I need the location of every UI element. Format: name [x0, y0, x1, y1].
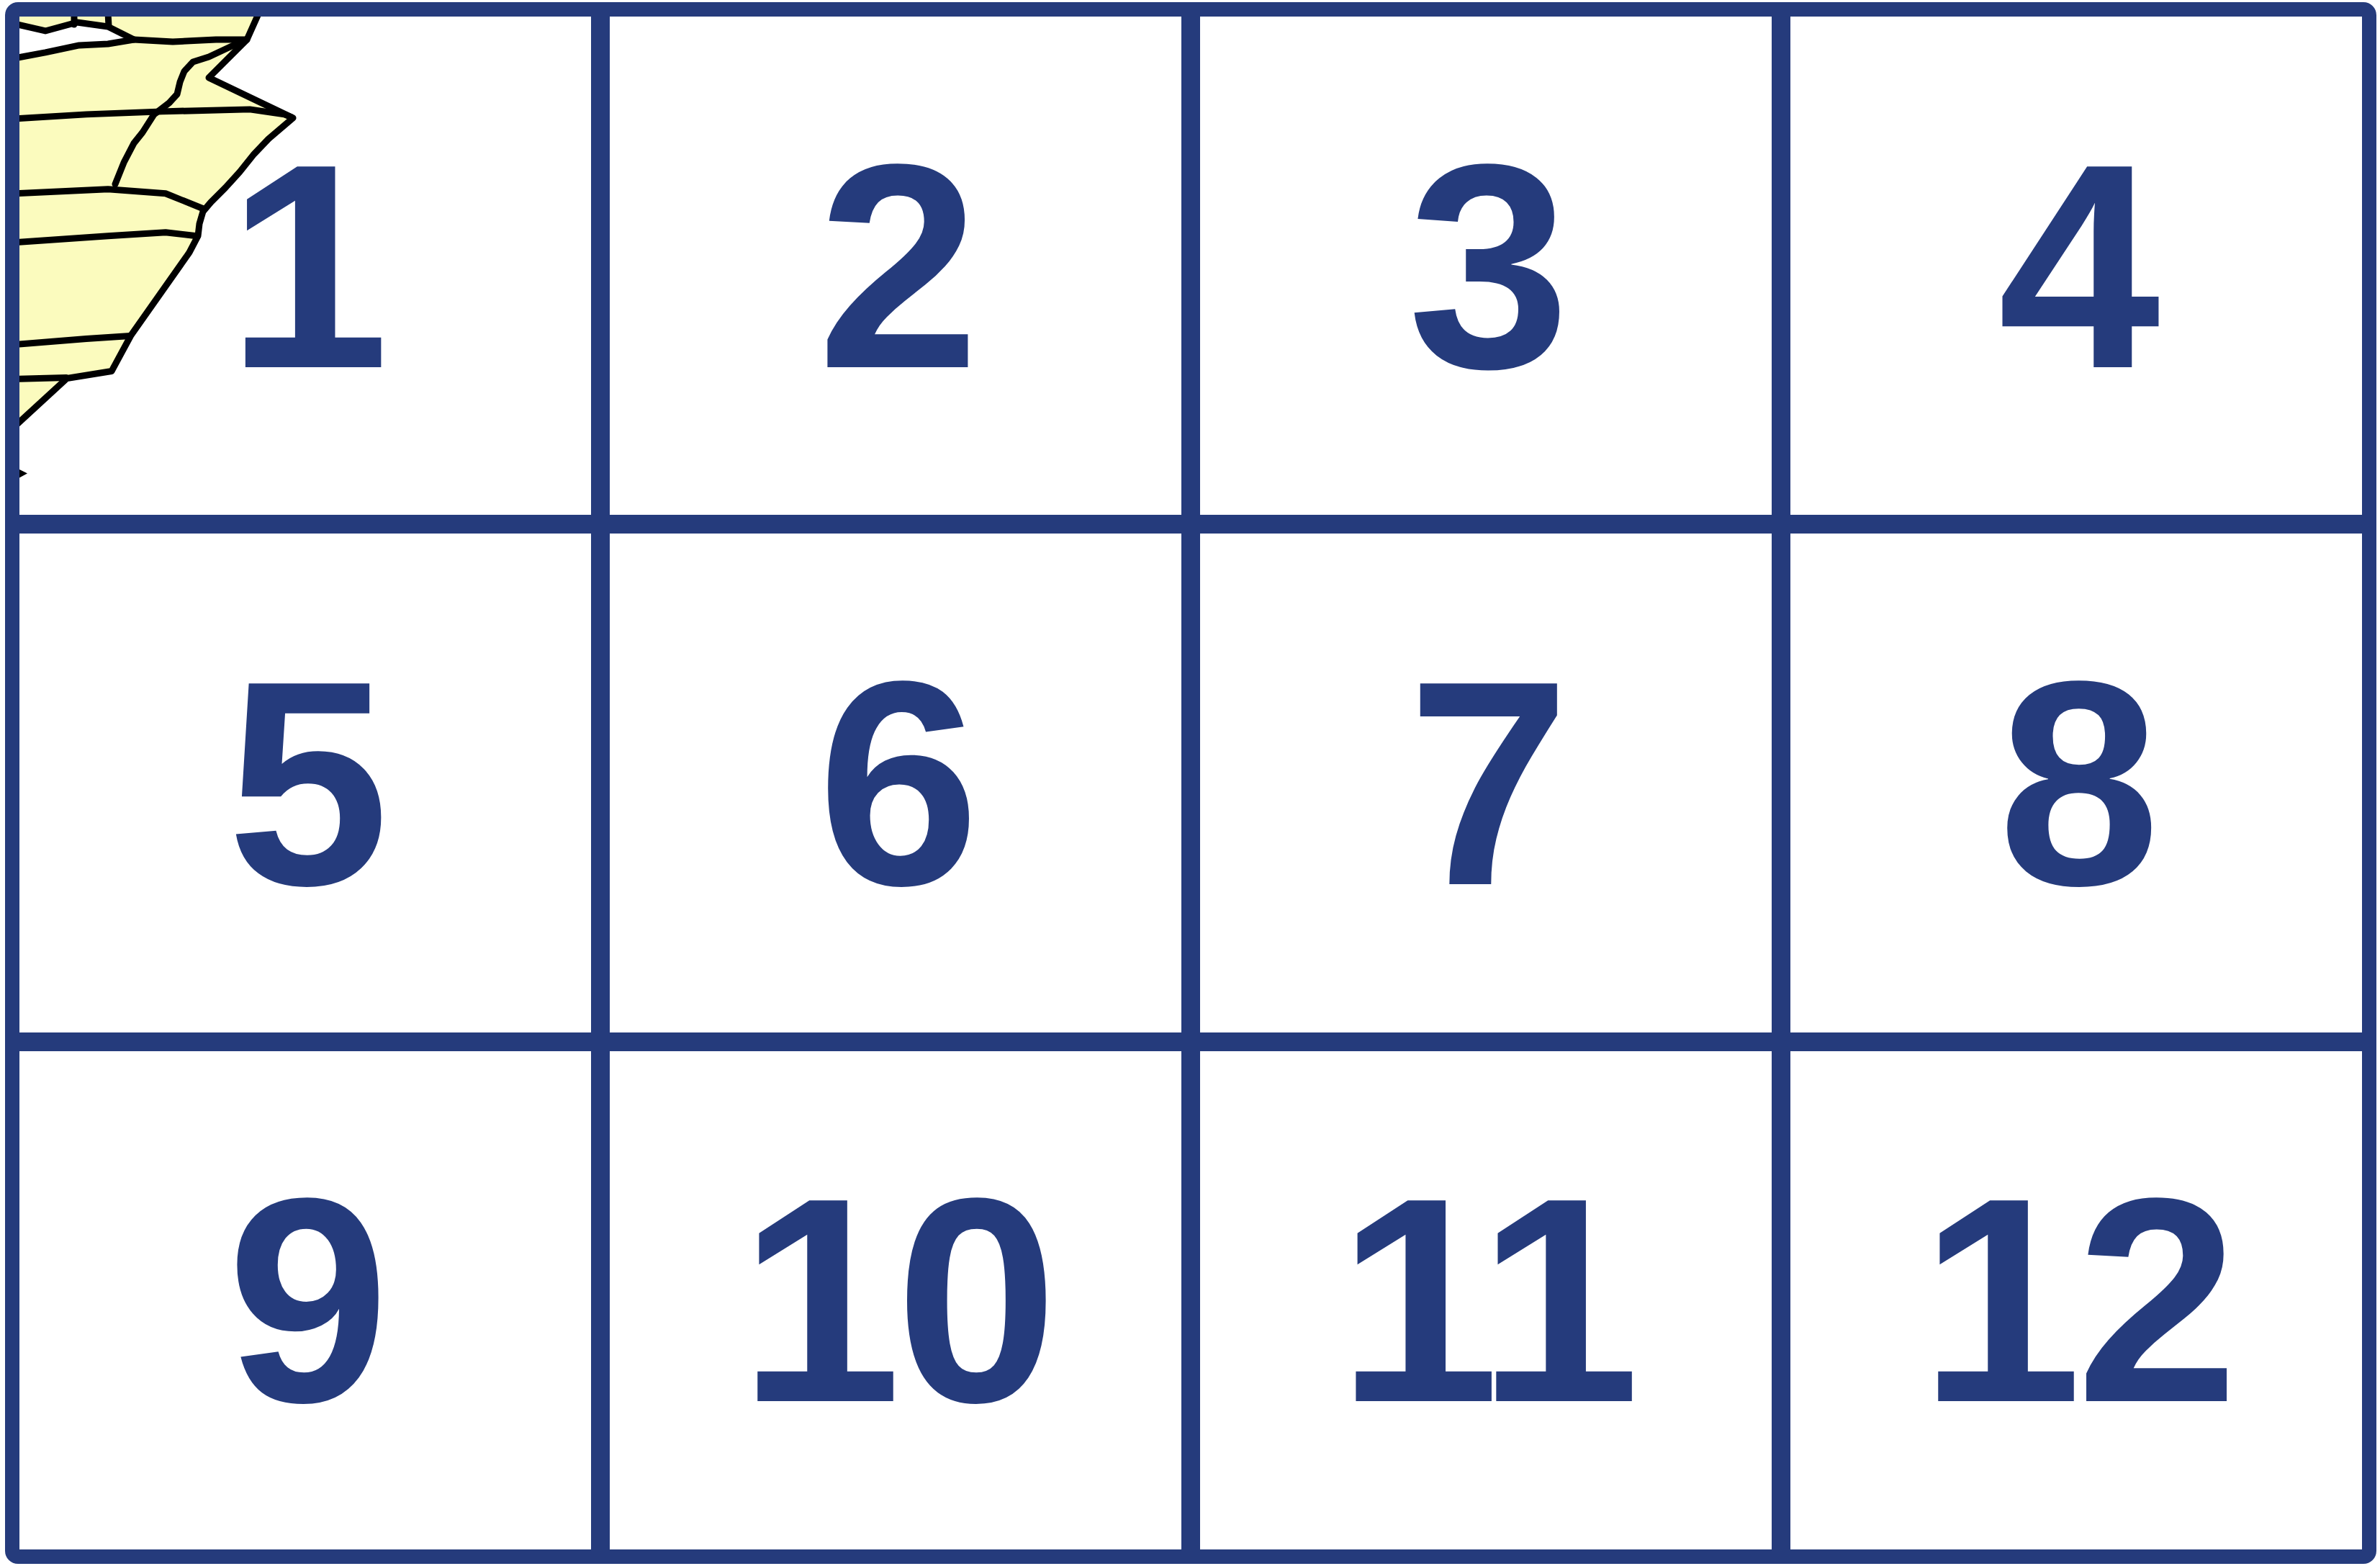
- tile-9-label: 9: [227, 1154, 383, 1446]
- map-boundary-line-top: [134, 40, 247, 42]
- tile-11-label: 11: [1338, 1154, 1634, 1446]
- map-boundary-line-4: [19, 336, 130, 345]
- tile-12-label: 12: [1920, 1154, 2232, 1446]
- tile-1[interactable]: 1: [19, 17, 591, 515]
- tile-3-label: 3: [1407, 120, 1564, 412]
- tile-12[interactable]: 12: [1790, 1051, 2362, 1549]
- map-white-channel: [19, 22, 134, 58]
- tile-6-label: 6: [817, 637, 973, 929]
- map-boundary-line-5: [19, 378, 66, 379]
- map-boundary-line-curvy: [115, 41, 245, 184]
- tile-4[interactable]: 4: [1790, 17, 2362, 515]
- tile-2[interactable]: 2: [610, 17, 1181, 515]
- tile-6[interactable]: 6: [610, 534, 1181, 1032]
- tile-grid: 1 2 3 4 5 6 7 8 9 10 11: [5, 2, 2376, 1564]
- tile-7[interactable]: 7: [1200, 534, 1772, 1032]
- tile-9[interactable]: 9: [19, 1051, 591, 1549]
- tile-7-label: 7: [1407, 637, 1564, 929]
- tile-8[interactable]: 8: [1790, 534, 2362, 1032]
- tile-10[interactable]: 10: [610, 1051, 1181, 1549]
- map-tick-left: [19, 467, 27, 480]
- map-boundary-line-3: [19, 233, 197, 243]
- tile-4-label: 4: [1998, 120, 2154, 412]
- map-tick-top-2: [108, 17, 109, 26]
- tile-2-label: 2: [817, 120, 973, 412]
- tile-3[interactable]: 3: [1200, 17, 1772, 515]
- tile-11[interactable]: 11: [1200, 1051, 1772, 1549]
- tile-10-label: 10: [739, 1154, 1052, 1446]
- map-boundary-line-2: [19, 189, 203, 209]
- tile-5[interactable]: 5: [19, 534, 591, 1032]
- page: 1 2 3 4 5 6 7 8 9 10 11: [0, 0, 2380, 1566]
- tile-5-label: 5: [227, 637, 383, 929]
- tile-1-label: 1: [227, 120, 383, 412]
- tile-8-label: 8: [1998, 637, 2154, 929]
